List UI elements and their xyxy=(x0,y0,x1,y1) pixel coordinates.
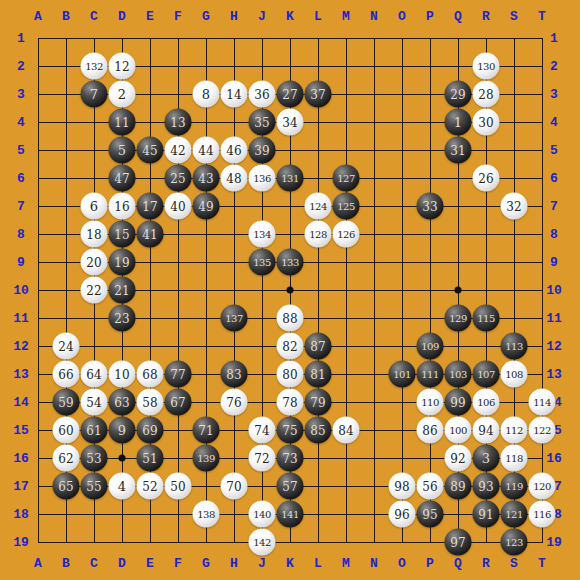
stone-black-31-Q5[interactable]: 31 xyxy=(445,137,472,164)
stone-black-25-F6[interactable]: 25 xyxy=(165,165,192,192)
move-number: 72 xyxy=(254,453,269,465)
stone-white-98-O17[interactable]: 98 xyxy=(389,473,416,500)
col-label-bottom-M: M xyxy=(342,556,350,571)
stone-white-46-H5[interactable]: 46 xyxy=(221,137,248,164)
move-number: 52 xyxy=(142,481,157,493)
stone-black-63-D14[interactable]: 63 xyxy=(109,389,136,416)
col-label-top-S: S xyxy=(510,9,518,24)
stone-white-116-T18[interactable]: 116 xyxy=(529,501,556,528)
move-number: 125 xyxy=(337,202,355,212)
move-number: 79 xyxy=(310,397,325,409)
stone-white-110-P14[interactable]: 110 xyxy=(417,389,444,416)
stone-black-75-K15[interactable]: 75 xyxy=(277,417,304,444)
stone-white-8-G3[interactable]: 8 xyxy=(193,81,220,108)
stone-black-83-H13[interactable]: 83 xyxy=(221,361,248,388)
move-number: 88 xyxy=(282,313,297,325)
col-label-bottom-A: A xyxy=(34,556,42,571)
stone-white-80-K13[interactable]: 80 xyxy=(277,361,304,388)
move-number: 11 xyxy=(114,117,129,129)
stone-white-30-R4[interactable]: 30 xyxy=(473,109,500,136)
stone-black-53-C16[interactable]: 53 xyxy=(81,445,108,472)
move-number: 10 xyxy=(114,369,129,381)
stone-black-9-D15[interactable]: 9 xyxy=(109,417,136,444)
stone-black-77-F13[interactable]: 77 xyxy=(165,361,192,388)
row-label-right-2: 2 xyxy=(550,59,558,74)
row-label-left-4: 4 xyxy=(17,115,25,130)
stone-white-72-J16[interactable]: 72 xyxy=(249,445,276,472)
stone-black-111-P13[interactable]: 111 xyxy=(417,361,444,388)
stone-white-48-H6[interactable]: 48 xyxy=(221,165,248,192)
col-label-top-J: J xyxy=(258,9,266,24)
stone-black-7-C3[interactable]: 7 xyxy=(81,81,108,108)
row-label-right-3: 3 xyxy=(550,87,558,102)
row-label-left-5: 5 xyxy=(17,143,25,158)
col-label-top-D: D xyxy=(118,9,126,24)
move-number: 48 xyxy=(226,173,241,185)
col-label-bottom-G: G xyxy=(202,556,210,571)
row-label-left-11: 11 xyxy=(13,311,29,326)
stone-black-91-R18[interactable]: 91 xyxy=(473,501,500,528)
col-label-top-T: T xyxy=(538,9,546,24)
move-number: 35 xyxy=(254,117,269,129)
row-label-left-18: 18 xyxy=(13,507,29,522)
move-number: 16 xyxy=(114,201,129,213)
stone-black-97-Q19[interactable]: 97 xyxy=(445,529,472,556)
row-label-left-9: 9 xyxy=(17,255,25,270)
move-number: 46 xyxy=(226,145,241,157)
move-number: 138 xyxy=(197,510,215,520)
stone-white-86-P15[interactable]: 86 xyxy=(417,417,444,444)
stone-white-74-J15[interactable]: 74 xyxy=(249,417,276,444)
stone-white-130-R2[interactable]: 130 xyxy=(473,53,500,80)
move-number: 68 xyxy=(142,369,157,381)
stone-white-52-E17[interactable]: 52 xyxy=(137,473,164,500)
move-number: 96 xyxy=(394,509,409,521)
row-label-right-1: 1 xyxy=(550,31,558,46)
stone-black-33-P7[interactable]: 33 xyxy=(417,193,444,220)
move-number: 12 xyxy=(114,61,129,73)
stone-white-132-C2[interactable]: 132 xyxy=(81,53,108,80)
row-label-left-8: 8 xyxy=(17,227,25,242)
col-label-top-K: K xyxy=(286,9,294,24)
move-number: 37 xyxy=(310,89,325,101)
stone-black-101-O13[interactable]: 101 xyxy=(389,361,416,388)
row-label-left-14: 14 xyxy=(13,395,29,410)
stone-black-71-G15[interactable]: 71 xyxy=(193,417,220,444)
stone-white-106-R14[interactable]: 106 xyxy=(473,389,500,416)
stone-black-17-E7[interactable]: 17 xyxy=(137,193,164,220)
move-number: 40 xyxy=(170,201,185,213)
stone-black-99-Q14[interactable]: 99 xyxy=(445,389,472,416)
stone-white-50-F17[interactable]: 50 xyxy=(165,473,192,500)
stone-white-66-B13[interactable]: 66 xyxy=(53,361,80,388)
move-number: 75 xyxy=(282,425,297,437)
move-number: 109 xyxy=(421,342,439,352)
move-number: 107 xyxy=(477,370,495,380)
stone-black-41-E8[interactable]: 41 xyxy=(137,221,164,248)
move-number: 136 xyxy=(253,174,271,184)
stone-white-42-F5[interactable]: 42 xyxy=(165,137,192,164)
stone-black-55-C17[interactable]: 55 xyxy=(81,473,108,500)
stone-white-60-B15[interactable]: 60 xyxy=(53,417,80,444)
col-label-top-R: R xyxy=(482,9,490,24)
stone-white-140-J18[interactable]: 140 xyxy=(249,501,276,528)
stone-white-84-M15[interactable]: 84 xyxy=(333,417,360,444)
move-number: 53 xyxy=(86,453,101,465)
stone-black-129-Q11[interactable]: 129 xyxy=(445,305,472,332)
stone-white-88-K11[interactable]: 88 xyxy=(277,305,304,332)
stone-white-16-D7[interactable]: 16 xyxy=(109,193,136,220)
stone-black-109-P12[interactable]: 109 xyxy=(417,333,444,360)
move-number: 67 xyxy=(170,397,185,409)
stone-white-20-C9[interactable]: 20 xyxy=(81,249,108,276)
move-number: 21 xyxy=(114,285,129,297)
move-number: 126 xyxy=(337,230,355,240)
stone-white-142-J19[interactable]: 142 xyxy=(249,529,276,556)
stone-black-89-Q17[interactable]: 89 xyxy=(445,473,472,500)
stone-black-3-R16[interactable]: 3 xyxy=(473,445,500,472)
stone-black-125-M7[interactable]: 125 xyxy=(333,193,360,220)
move-number: 119 xyxy=(505,482,523,492)
move-number: 100 xyxy=(449,426,467,436)
move-number: 62 xyxy=(58,453,73,465)
stone-black-49-G7[interactable]: 49 xyxy=(193,193,220,220)
move-number: 28 xyxy=(478,89,493,101)
col-label-top-N: N xyxy=(370,9,378,24)
stone-white-2-D3[interactable]: 2 xyxy=(109,81,136,108)
stone-black-15-D8[interactable]: 15 xyxy=(109,221,136,248)
move-number: 82 xyxy=(282,341,297,353)
move-number: 122 xyxy=(533,426,551,436)
move-number: 20 xyxy=(86,257,101,269)
move-number: 26 xyxy=(478,173,493,185)
move-number: 112 xyxy=(505,426,523,436)
move-number: 64 xyxy=(86,369,101,381)
stone-white-62-B16[interactable]: 62 xyxy=(53,445,80,472)
move-number: 45 xyxy=(142,145,157,157)
move-number: 139 xyxy=(197,454,215,464)
move-number: 33 xyxy=(422,201,437,213)
stone-white-10-D13[interactable]: 10 xyxy=(109,361,136,388)
move-number: 137 xyxy=(225,314,243,324)
stone-black-21-D10[interactable]: 21 xyxy=(109,277,136,304)
stone-black-81-L13[interactable]: 81 xyxy=(305,361,332,388)
stone-white-92-Q16[interactable]: 92 xyxy=(445,445,472,472)
move-number: 59 xyxy=(58,397,73,409)
move-number: 34 xyxy=(282,117,297,129)
move-number: 6 xyxy=(90,200,98,213)
col-label-top-B: B xyxy=(62,9,70,24)
stone-black-119-S17[interactable]: 119 xyxy=(501,473,528,500)
stone-white-82-K12[interactable]: 82 xyxy=(277,333,304,360)
row-label-left-10: 10 xyxy=(13,283,29,298)
move-number: 61 xyxy=(86,425,101,437)
stone-white-112-S15[interactable]: 112 xyxy=(501,417,528,444)
stone-black-51-E16[interactable]: 51 xyxy=(137,445,164,472)
stone-black-39-J5[interactable]: 39 xyxy=(249,137,276,164)
stone-black-139-G16[interactable]: 139 xyxy=(193,445,220,472)
row-label-left-2: 2 xyxy=(17,59,25,74)
stone-black-65-B17[interactable]: 65 xyxy=(53,473,80,500)
move-number: 1 xyxy=(454,116,462,129)
stone-black-69-E15[interactable]: 69 xyxy=(137,417,164,444)
col-label-bottom-K: K xyxy=(286,556,294,571)
row-label-left-1: 1 xyxy=(17,31,25,46)
move-number: 132 xyxy=(85,62,103,72)
stone-black-133-K9[interactable]: 133 xyxy=(277,249,304,276)
col-label-bottom-J: J xyxy=(258,556,266,571)
col-label-bottom-E: E xyxy=(146,556,154,571)
stone-black-11-D4[interactable]: 11 xyxy=(109,109,136,136)
move-number: 89 xyxy=(450,481,465,493)
col-label-top-L: L xyxy=(314,9,322,24)
move-number: 58 xyxy=(142,397,157,409)
col-label-bottom-S: S xyxy=(510,556,518,571)
move-number: 17 xyxy=(142,201,157,213)
stone-black-79-L14[interactable]: 79 xyxy=(305,389,332,416)
move-number: 39 xyxy=(254,145,269,157)
col-label-bottom-T: T xyxy=(538,556,546,571)
stone-white-120-T17[interactable]: 120 xyxy=(529,473,556,500)
move-number: 115 xyxy=(477,314,495,324)
stone-white-24-B12[interactable]: 24 xyxy=(53,333,80,360)
col-label-top-Q: Q xyxy=(454,9,462,24)
stone-black-43-G6[interactable]: 43 xyxy=(193,165,220,192)
move-number: 25 xyxy=(170,173,185,185)
stone-white-126-M8[interactable]: 126 xyxy=(333,221,360,248)
stone-black-73-K16[interactable]: 73 xyxy=(277,445,304,472)
move-number: 13 xyxy=(170,117,185,129)
move-number: 84 xyxy=(338,425,353,437)
stone-white-70-H17[interactable]: 70 xyxy=(221,473,248,500)
move-number: 66 xyxy=(58,369,73,381)
move-number: 124 xyxy=(309,202,327,212)
move-number: 92 xyxy=(450,453,465,465)
move-number: 5 xyxy=(118,144,126,157)
move-number: 128 xyxy=(309,230,327,240)
stone-black-137-H11[interactable]: 137 xyxy=(221,305,248,332)
stone-white-138-G18[interactable]: 138 xyxy=(193,501,220,528)
row-label-right-6: 6 xyxy=(550,171,558,186)
move-number: 77 xyxy=(170,369,185,381)
stone-white-136-J6[interactable]: 136 xyxy=(249,165,276,192)
move-number: 134 xyxy=(253,230,271,240)
move-number: 42 xyxy=(170,145,185,157)
col-label-bottom-P: P xyxy=(426,556,434,571)
col-label-bottom-O: O xyxy=(398,556,406,571)
stone-black-95-P18[interactable]: 95 xyxy=(417,501,444,528)
stone-white-76-H14[interactable]: 76 xyxy=(221,389,248,416)
move-number: 14 xyxy=(226,89,241,101)
move-number: 55 xyxy=(86,481,101,493)
stone-white-4-D17[interactable]: 4 xyxy=(109,473,136,500)
move-number: 23 xyxy=(114,313,129,325)
row-label-right-11: 11 xyxy=(546,311,562,326)
move-number: 60 xyxy=(58,425,73,437)
move-number: 63 xyxy=(114,397,129,409)
stone-white-56-P17[interactable]: 56 xyxy=(417,473,444,500)
row-label-right-7: 7 xyxy=(550,199,558,214)
row-label-right-12: 12 xyxy=(546,339,562,354)
move-number: 2 xyxy=(118,88,126,101)
stone-black-93-R17[interactable]: 93 xyxy=(473,473,500,500)
stone-white-32-S7[interactable]: 32 xyxy=(501,193,528,220)
move-number: 51 xyxy=(142,453,157,465)
row-label-left-15: 15 xyxy=(13,423,29,438)
stone-black-127-M6[interactable]: 127 xyxy=(333,165,360,192)
stone-black-29-Q3[interactable]: 29 xyxy=(445,81,472,108)
star-point-Q10 xyxy=(455,287,462,294)
row-label-left-6: 6 xyxy=(17,171,25,186)
col-label-top-O: O xyxy=(398,9,406,24)
stone-black-113-S12[interactable]: 113 xyxy=(501,333,528,360)
stone-white-114-T14[interactable]: 114 xyxy=(529,389,556,416)
move-number: 95 xyxy=(422,509,437,521)
move-number: 30 xyxy=(478,117,493,129)
move-number: 91 xyxy=(478,509,493,521)
stone-white-122-T15[interactable]: 122 xyxy=(529,417,556,444)
stone-white-58-E14[interactable]: 58 xyxy=(137,389,164,416)
stone-black-135-J9[interactable]: 135 xyxy=(249,249,276,276)
move-number: 31 xyxy=(450,145,465,157)
stone-black-123-S19[interactable]: 123 xyxy=(501,529,528,556)
stone-white-96-O18[interactable]: 96 xyxy=(389,501,416,528)
move-number: 69 xyxy=(142,425,157,437)
move-number: 123 xyxy=(505,538,523,548)
move-number: 73 xyxy=(282,453,297,465)
col-label-top-H: H xyxy=(230,9,238,24)
move-number: 103 xyxy=(449,370,467,380)
col-label-bottom-D: D xyxy=(118,556,126,571)
stone-black-107-R13[interactable]: 107 xyxy=(473,361,500,388)
stone-black-47-D6[interactable]: 47 xyxy=(109,165,136,192)
row-label-right-19: 19 xyxy=(546,535,562,550)
col-label-top-M: M xyxy=(342,9,350,24)
move-number: 4 xyxy=(118,480,126,493)
stone-white-118-S16[interactable]: 118 xyxy=(501,445,528,472)
move-number: 80 xyxy=(282,369,297,381)
stone-white-18-C8[interactable]: 18 xyxy=(81,221,108,248)
stone-black-141-K18[interactable]: 141 xyxy=(277,501,304,528)
stone-white-124-L7[interactable]: 124 xyxy=(305,193,332,220)
col-label-top-A: A xyxy=(34,9,42,24)
move-number: 9 xyxy=(118,424,126,437)
move-number: 36 xyxy=(254,89,269,101)
stone-black-85-L15[interactable]: 85 xyxy=(305,417,332,444)
stone-white-26-R6[interactable]: 26 xyxy=(473,165,500,192)
stone-black-61-C15[interactable]: 61 xyxy=(81,417,108,444)
move-number: 106 xyxy=(477,398,495,408)
move-number: 98 xyxy=(394,481,409,493)
move-number: 113 xyxy=(505,342,523,352)
stone-white-94-R15[interactable]: 94 xyxy=(473,417,500,444)
star-point-K10 xyxy=(287,287,294,294)
col-label-top-F: F xyxy=(174,9,182,24)
move-number: 22 xyxy=(86,285,101,297)
stone-white-68-E13[interactable]: 68 xyxy=(137,361,164,388)
stone-white-100-Q15[interactable]: 100 xyxy=(445,417,472,444)
stone-black-57-K17[interactable]: 57 xyxy=(277,473,304,500)
stone-black-35-J4[interactable]: 35 xyxy=(249,109,276,136)
move-number: 32 xyxy=(506,201,521,213)
move-number: 54 xyxy=(86,397,101,409)
stone-white-6-C7[interactable]: 6 xyxy=(81,193,108,220)
stone-black-13-F4[interactable]: 13 xyxy=(165,109,192,136)
stone-white-128-L8[interactable]: 128 xyxy=(305,221,332,248)
col-label-bottom-N: N xyxy=(370,556,378,571)
move-number: 141 xyxy=(281,510,299,520)
stone-black-19-D9[interactable]: 19 xyxy=(109,249,136,276)
move-number: 7 xyxy=(90,88,98,101)
move-number: 81 xyxy=(310,369,325,381)
stone-black-131-K6[interactable]: 131 xyxy=(277,165,304,192)
stone-white-78-K14[interactable]: 78 xyxy=(277,389,304,416)
col-label-bottom-H: H xyxy=(230,556,238,571)
stone-black-87-L12[interactable]: 87 xyxy=(305,333,332,360)
stone-white-64-C13[interactable]: 64 xyxy=(81,361,108,388)
stone-black-121-S18[interactable]: 121 xyxy=(501,501,528,528)
stone-black-23-D11[interactable]: 23 xyxy=(109,305,136,332)
stone-white-14-H3[interactable]: 14 xyxy=(221,81,248,108)
stone-black-5-D5[interactable]: 5 xyxy=(109,137,136,164)
move-number: 78 xyxy=(282,397,297,409)
move-number: 108 xyxy=(505,370,523,380)
move-number: 24 xyxy=(58,341,73,353)
move-number: 29 xyxy=(450,89,465,101)
move-number: 50 xyxy=(170,481,185,493)
stone-black-103-Q13[interactable]: 103 xyxy=(445,361,472,388)
stone-black-67-F14[interactable]: 67 xyxy=(165,389,192,416)
row-label-right-13: 13 xyxy=(546,367,562,382)
row-label-right-10: 10 xyxy=(546,283,562,298)
move-number: 18 xyxy=(86,229,101,241)
stone-white-28-R3[interactable]: 28 xyxy=(473,81,500,108)
stone-white-36-J3[interactable]: 36 xyxy=(249,81,276,108)
row-label-right-9: 9 xyxy=(550,255,558,270)
move-number: 83 xyxy=(226,369,241,381)
move-number: 41 xyxy=(142,229,157,241)
move-number: 135 xyxy=(253,258,271,268)
move-number: 71 xyxy=(198,425,213,437)
move-number: 131 xyxy=(281,174,299,184)
stone-white-22-C10[interactable]: 22 xyxy=(81,277,108,304)
stone-white-134-J8[interactable]: 134 xyxy=(249,221,276,248)
move-number: 85 xyxy=(310,425,325,437)
stone-white-40-F7[interactable]: 40 xyxy=(165,193,192,220)
stone-white-54-C14[interactable]: 54 xyxy=(81,389,108,416)
move-number: 127 xyxy=(337,174,355,184)
stone-white-34-K4[interactable]: 34 xyxy=(277,109,304,136)
move-number: 57 xyxy=(282,481,297,493)
star-point-D16 xyxy=(119,455,126,462)
move-number: 94 xyxy=(478,425,493,437)
col-label-top-P: P xyxy=(426,9,434,24)
stone-white-12-D2[interactable]: 12 xyxy=(109,53,136,80)
stone-black-45-E5[interactable]: 45 xyxy=(137,137,164,164)
stone-black-59-B14[interactable]: 59 xyxy=(53,389,80,416)
stone-white-44-G5[interactable]: 44 xyxy=(193,137,220,164)
move-number: 3 xyxy=(482,452,490,465)
stone-white-108-S13[interactable]: 108 xyxy=(501,361,528,388)
stone-black-115-R11[interactable]: 115 xyxy=(473,305,500,332)
move-number: 133 xyxy=(281,258,299,268)
stone-black-27-K3[interactable]: 27 xyxy=(277,81,304,108)
move-number: 86 xyxy=(422,425,437,437)
stone-black-37-L3[interactable]: 37 xyxy=(305,81,332,108)
move-number: 121 xyxy=(505,510,523,520)
stone-black-1-Q4[interactable]: 1 xyxy=(445,109,472,136)
row-label-left-13: 13 xyxy=(13,367,29,382)
